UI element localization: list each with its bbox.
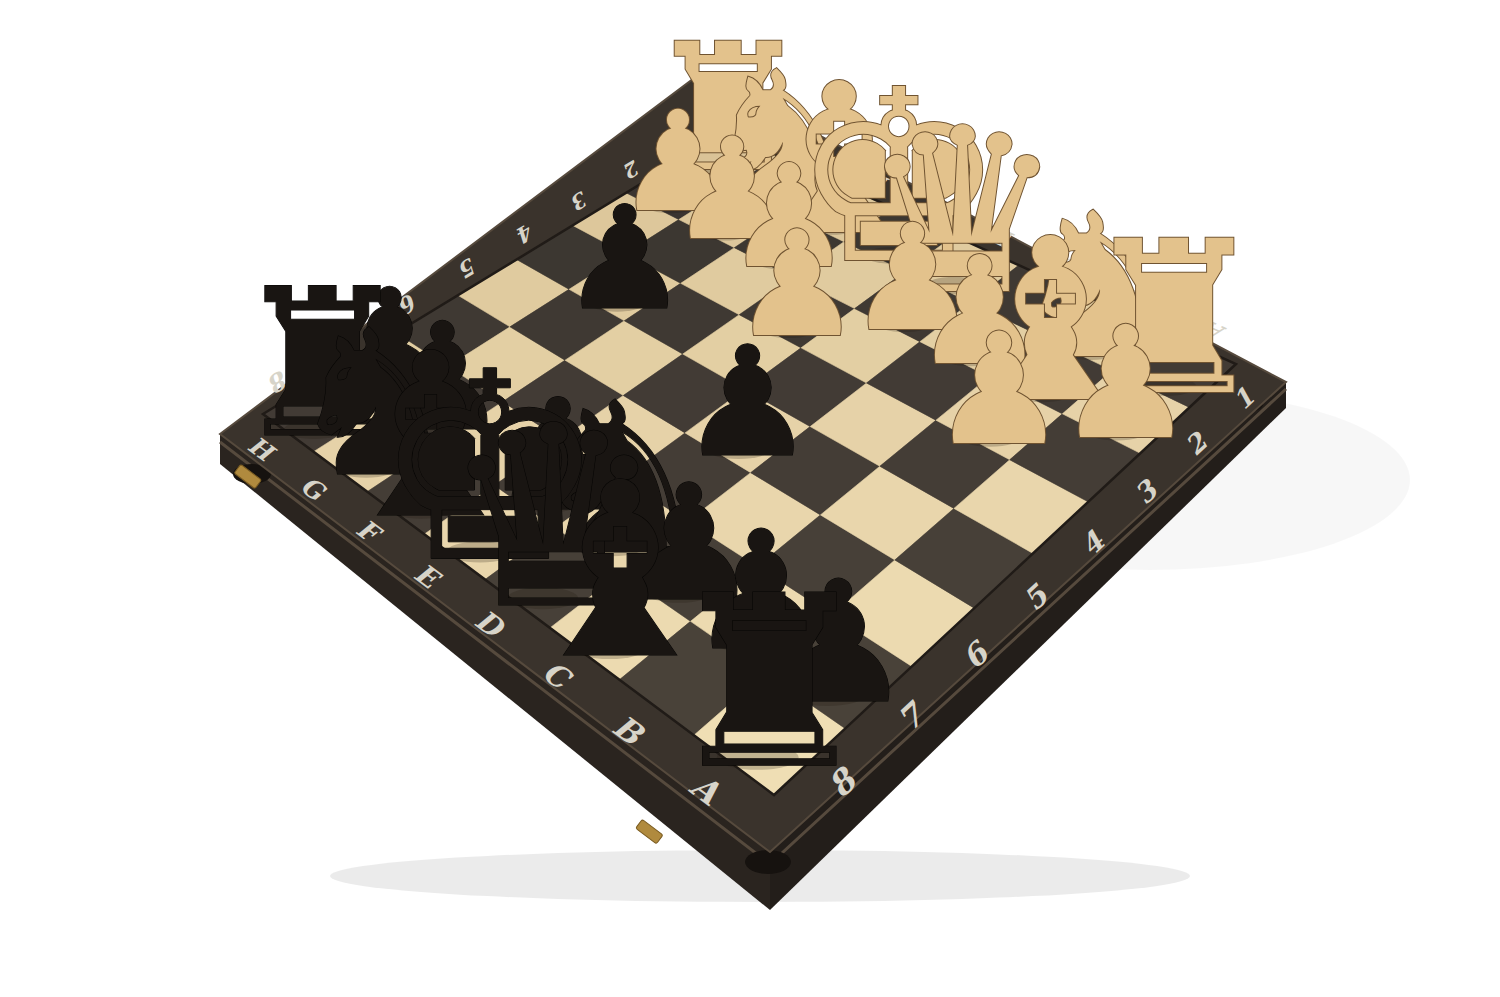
- brass-hinge-1: [636, 819, 663, 843]
- chessboard-svg: HH88GG77FF66EE55DD44CC33BB22AA11♜♞♟♝♟♚♟♛…: [0, 0, 1500, 997]
- piece-white-pawn-b3[interactable]: ♟: [930, 300, 1068, 479]
- board-foot-1: [745, 850, 791, 874]
- piece-black-rook-a8[interactable]: ♜: [663, 545, 876, 821]
- photo-of-chessboard: HH88GG77FF66EE55DD44CC33BB22AA11♜♞♟♝♟♚♟♛…: [0, 0, 1500, 997]
- piece-white-pawn-a2[interactable]: ♟: [1056, 293, 1195, 474]
